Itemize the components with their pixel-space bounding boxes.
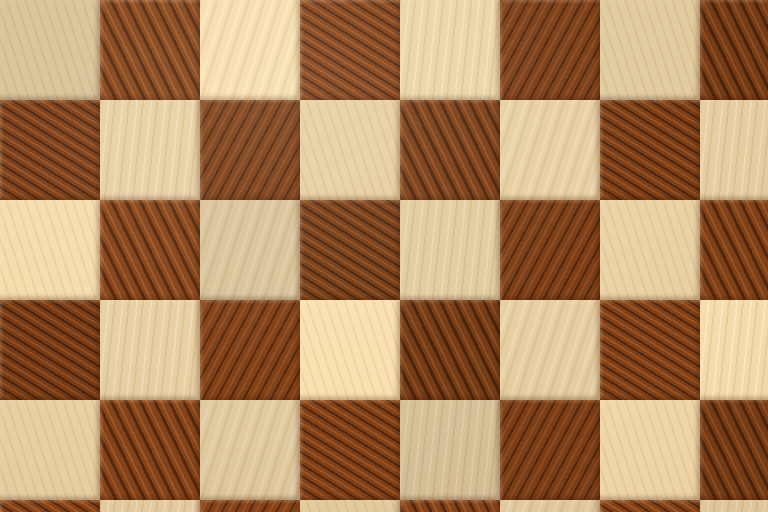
board-square	[300, 400, 400, 500]
board-square	[600, 300, 700, 400]
board-square	[0, 500, 100, 512]
board-square	[400, 300, 500, 400]
board-square	[200, 100, 300, 200]
board-square	[200, 500, 300, 512]
board-square	[600, 0, 700, 100]
board-square	[400, 0, 500, 100]
board-square	[0, 200, 100, 300]
board-square	[400, 100, 500, 200]
board-square	[300, 200, 400, 300]
board-square	[300, 300, 400, 400]
board-square	[500, 0, 600, 100]
board-square	[100, 100, 200, 200]
board-square	[100, 200, 200, 300]
board-square	[600, 400, 700, 500]
board-square	[200, 300, 300, 400]
board-square	[600, 500, 700, 512]
board-square	[400, 400, 500, 500]
board-square	[200, 0, 300, 100]
board-square	[700, 500, 768, 512]
board-square	[400, 200, 500, 300]
chess-board	[0, 0, 768, 512]
board-square	[500, 200, 600, 300]
board-square	[100, 500, 200, 512]
board-square	[0, 300, 100, 400]
board-square	[600, 200, 700, 300]
chessboard-photo	[0, 0, 768, 512]
board-square	[100, 300, 200, 400]
board-square	[300, 100, 400, 200]
board-square	[100, 400, 200, 500]
board-square	[700, 200, 768, 300]
board-square	[200, 200, 300, 300]
board-square	[700, 300, 768, 400]
board-square	[500, 400, 600, 500]
board-square	[500, 300, 600, 400]
board-square	[600, 100, 700, 200]
board-square	[0, 0, 100, 100]
board-square	[200, 400, 300, 500]
board-square	[0, 100, 100, 200]
board-square	[700, 100, 768, 200]
board-square	[500, 500, 600, 512]
board-square	[300, 0, 400, 100]
board-square	[700, 0, 768, 100]
board-square	[700, 400, 768, 500]
board-square	[0, 400, 100, 500]
board-square	[500, 100, 600, 200]
board-square	[100, 0, 200, 100]
board-square	[400, 500, 500, 512]
board-square	[300, 500, 400, 512]
